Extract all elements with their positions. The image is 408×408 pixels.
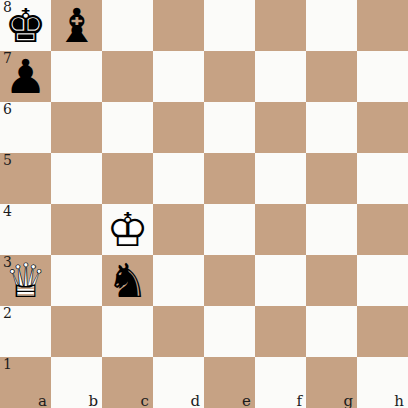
square-b2[interactable]	[51, 306, 102, 357]
square-f4[interactable]	[255, 204, 306, 255]
square-e1[interactable]: e	[204, 357, 255, 408]
square-f1[interactable]: f	[255, 357, 306, 408]
square-a3[interactable]: 3♛♕	[0, 255, 51, 306]
square-f6[interactable]	[255, 102, 306, 153]
file-label-a: a	[38, 394, 47, 408]
piece-black-knight[interactable]: ♞	[102, 255, 153, 306]
square-d3[interactable]	[153, 255, 204, 306]
chess-board: 8♚♝7♟654♚♔3♛♕♞21abcdefgh	[0, 0, 408, 408]
piece-black-pawn[interactable]: ♟	[0, 51, 51, 102]
square-c1[interactable]: c	[102, 357, 153, 408]
square-b5[interactable]	[51, 153, 102, 204]
piece-outline-glyph: ♔	[102, 204, 153, 255]
square-h8[interactable]	[357, 0, 408, 51]
square-a6[interactable]: 6	[0, 102, 51, 153]
rank-label-5: 5	[3, 153, 12, 168]
square-d6[interactable]	[153, 102, 204, 153]
square-g7[interactable]	[306, 51, 357, 102]
rank-label-4: 4	[3, 204, 12, 219]
square-e7[interactable]	[204, 51, 255, 102]
square-h5[interactable]	[357, 153, 408, 204]
piece-white-queen[interactable]: ♛♕	[0, 255, 51, 306]
square-a8[interactable]: 8♚	[0, 0, 51, 51]
square-d2[interactable]	[153, 306, 204, 357]
square-b7[interactable]	[51, 51, 102, 102]
file-label-f: f	[296, 394, 302, 408]
rank-label-2: 2	[3, 306, 12, 321]
square-f3[interactable]	[255, 255, 306, 306]
file-label-e: e	[242, 394, 251, 408]
square-h6[interactable]	[357, 102, 408, 153]
file-label-c: c	[141, 394, 149, 408]
square-h4[interactable]	[357, 204, 408, 255]
square-e3[interactable]	[204, 255, 255, 306]
square-b6[interactable]	[51, 102, 102, 153]
square-a7[interactable]: 7♟	[0, 51, 51, 102]
square-c3[interactable]: ♞	[102, 255, 153, 306]
square-f2[interactable]	[255, 306, 306, 357]
square-d7[interactable]	[153, 51, 204, 102]
square-c7[interactable]	[102, 51, 153, 102]
square-c4[interactable]: ♚♔	[102, 204, 153, 255]
square-g8[interactable]	[306, 0, 357, 51]
square-c2[interactable]	[102, 306, 153, 357]
square-d8[interactable]	[153, 0, 204, 51]
square-a4[interactable]: 4	[0, 204, 51, 255]
square-g2[interactable]	[306, 306, 357, 357]
square-c5[interactable]	[102, 153, 153, 204]
square-d4[interactable]	[153, 204, 204, 255]
piece-black-king[interactable]: ♚	[0, 0, 51, 51]
square-a2[interactable]: 2	[0, 306, 51, 357]
square-b4[interactable]	[51, 204, 102, 255]
square-e2[interactable]	[204, 306, 255, 357]
square-g1[interactable]: g	[306, 357, 357, 408]
square-e6[interactable]	[204, 102, 255, 153]
square-g3[interactable]	[306, 255, 357, 306]
square-g5[interactable]	[306, 153, 357, 204]
file-label-g: g	[343, 394, 353, 408]
square-h3[interactable]	[357, 255, 408, 306]
piece-black-bishop[interactable]: ♝	[51, 0, 102, 51]
file-label-d: d	[190, 394, 200, 408]
square-g4[interactable]	[306, 204, 357, 255]
rank-label-6: 6	[3, 102, 12, 117]
square-d5[interactable]	[153, 153, 204, 204]
square-f8[interactable]	[255, 0, 306, 51]
square-g6[interactable]	[306, 102, 357, 153]
square-h7[interactable]	[357, 51, 408, 102]
square-c8[interactable]	[102, 0, 153, 51]
file-label-b: b	[88, 394, 98, 408]
square-b3[interactable]	[51, 255, 102, 306]
square-h2[interactable]	[357, 306, 408, 357]
file-label-h: h	[394, 394, 404, 408]
square-h1[interactable]: h	[357, 357, 408, 408]
square-b1[interactable]: b	[51, 357, 102, 408]
square-f7[interactable]	[255, 51, 306, 102]
square-e8[interactable]	[204, 0, 255, 51]
square-c6[interactable]	[102, 102, 153, 153]
piece-outline-glyph: ♕	[0, 255, 51, 306]
square-b8[interactable]: ♝	[51, 0, 102, 51]
square-a5[interactable]: 5	[0, 153, 51, 204]
square-d1[interactable]: d	[153, 357, 204, 408]
square-a1[interactable]: 1a	[0, 357, 51, 408]
square-e4[interactable]	[204, 204, 255, 255]
piece-white-king[interactable]: ♚♔	[102, 204, 153, 255]
rank-label-1: 1	[3, 357, 12, 372]
square-f5[interactable]	[255, 153, 306, 204]
square-e5[interactable]	[204, 153, 255, 204]
